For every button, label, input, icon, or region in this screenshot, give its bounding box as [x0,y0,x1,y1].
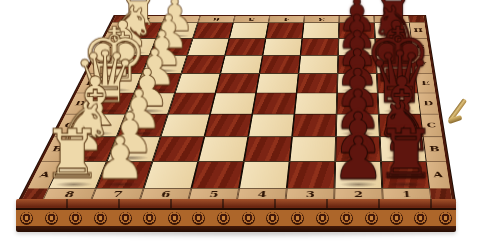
rosette-icon [45,212,58,225]
square-b1: ♞ [380,137,427,162]
square-f1: ♝ [376,55,416,73]
piece-shadow [340,182,378,188]
square-c8: ♝ [73,114,126,137]
piece-shadow [78,131,115,136]
right-file-label-F: F [414,55,433,73]
square-a3 [287,162,335,189]
right-file-label-E: E [416,73,436,93]
rosette-icon [143,212,156,225]
square-f5 [220,55,262,73]
floor-shadow [26,230,456,238]
piece-shadow [131,109,166,114]
square-b5 [198,137,248,162]
square-d2: ♟ [337,93,379,114]
square-f7: ♟ [142,55,187,73]
piece-shadow [54,182,94,188]
square-b7: ♟ [107,137,161,162]
square-h3 [302,22,339,38]
rosette-icon [291,212,304,225]
rosette-band [16,210,456,226]
piece-shadow [342,69,373,73]
piece-shadow [124,34,154,37]
white-pawn-c7: ♟ [115,82,163,136]
square-c2: ♟ [336,114,380,137]
square-c6 [161,114,211,137]
piece-shadow [382,88,414,92]
rosette-icon [365,212,378,225]
piece-shadow [154,51,185,55]
square-b6 [152,137,204,162]
piece-shadow [101,182,141,188]
piece-shadow [112,155,150,160]
piece-shadow [379,34,408,37]
right-file-label-H: H [410,22,427,38]
square-c4 [248,114,294,137]
right-file-label-A: A [427,162,450,189]
square-h2: ♟ [339,22,375,38]
rosette-icon [266,212,279,225]
square-e3 [297,73,338,93]
square-d7: ♟ [126,93,175,114]
piece-shadow [380,51,410,55]
piece-shadow [340,155,376,160]
rosette-icon [217,212,230,225]
piece-shadow [384,131,419,136]
square-g6 [187,38,229,55]
square-g1: ♞ [375,38,414,55]
square-h5 [229,22,268,38]
left-file-label-A: A [28,162,61,189]
rosette-icon [94,212,107,225]
piece-shadow [387,182,425,188]
piece-shadow [122,131,158,136]
square-g5 [225,38,266,55]
square-g7: ♟ [150,38,193,55]
square-f4 [259,55,300,73]
rosette-icon [20,212,33,225]
piece-shadow [341,131,376,136]
square-g3 [300,38,338,55]
square-e5 [215,73,259,93]
rosette-icon [192,212,205,225]
square-b2: ♟ [335,137,381,162]
square-d5 [210,93,256,114]
rosette-icon [119,212,132,225]
piece-shadow [108,69,140,73]
square-d3 [294,93,337,114]
square-f6 [181,55,225,73]
square-h7: ♟ [156,22,198,38]
piece-shadow [139,88,172,92]
front-rim [16,199,456,210]
square-g2: ♟ [338,38,376,55]
rosette-icon [168,212,181,225]
square-h1: ♜ [374,22,411,38]
rosette-icon [316,212,329,225]
square-e4 [256,73,299,93]
piece-shadow [147,69,179,73]
square-h6 [193,22,233,38]
square-a5 [191,162,244,189]
square-f2: ♟ [338,55,377,73]
square-h4 [266,22,304,38]
right-file-label-B: B [424,137,446,162]
piece-shadow [381,69,412,73]
piece-shadow [342,51,372,55]
piece-shadow [341,88,373,92]
black-pawn-c2: ♟ [334,82,382,136]
square-e7: ♟ [134,73,181,93]
rosette-icon [340,212,353,225]
piece-shadow [66,155,104,160]
piece-shadow [341,109,374,114]
rosette-icon [390,212,403,225]
piece-shadow [89,109,124,114]
chess-board: 87654321H♜♟♟♜HG♞♟♟♞GF♝♟♟♝FE♚♟♟♚ED♛♟♟♛DC♝… [18,15,455,202]
carved-front-panel [16,199,456,232]
right-file-label-C: C [421,114,442,137]
square-c7: ♟ [117,114,168,137]
rosette-icon [69,212,82,225]
piece-shadow [385,155,421,160]
square-f3 [299,55,339,73]
piece-shadow [160,34,190,37]
piece-shadow [342,34,371,37]
square-a7: ♟ [96,162,153,189]
square-g4 [263,38,302,55]
square-a6 [144,162,199,189]
square-b3 [290,137,336,162]
left-file-label-C: C [54,114,83,137]
square-a2: ♟ [334,162,382,189]
piece-shadow [383,109,416,114]
rosette-icon [414,212,427,225]
rosette-icon [242,212,255,225]
square-c1: ♝ [379,114,424,137]
square-d4 [252,93,296,114]
square-c5 [204,114,252,137]
rosette-icon [439,212,452,225]
piece-shadow [98,88,132,92]
square-c3 [292,114,336,137]
square-d1: ♛ [378,93,421,114]
chess-set-photo: 87654321H♜♟♟♜HG♞♟♟♞GF♝♟♟♝FE♚♟♟♚ED♛♟♟♛DC♝… [0,0,480,245]
piece-shadow [116,51,147,55]
right-file-label-G: G [412,38,430,55]
square-e1: ♚ [377,73,418,93]
square-a1: ♜ [381,162,430,189]
square-a4 [239,162,289,189]
square-b4 [244,137,292,162]
square-d6 [168,93,215,114]
right-file-label-D: D [418,93,438,114]
square-e2: ♟ [337,73,378,93]
square-e6 [175,73,220,93]
